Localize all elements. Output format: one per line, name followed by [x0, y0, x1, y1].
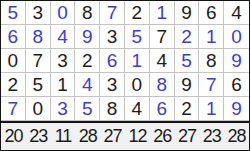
grid-cell-r5c9[interactable]: 1: [199, 97, 224, 121]
grid-cell-r5c1[interactable]: 7: [1, 97, 26, 121]
grid-cell-r4c2[interactable]: 5: [26, 73, 51, 97]
grid-cell-r4c6[interactable]: 0: [125, 73, 150, 97]
grid-cell-r3c9[interactable]: 8: [199, 49, 224, 73]
grid-cell-r2c7[interactable]: 7: [150, 25, 175, 49]
grid-cell-r2c3[interactable]: 4: [51, 25, 76, 49]
column-sums-row: 20231128271226272328: [1, 121, 249, 150]
grid-cell-r4c10[interactable]: 6: [224, 73, 249, 97]
grid-cell-r3c2[interactable]: 7: [26, 49, 51, 73]
grid-cell-r2c6[interactable]: 5: [125, 25, 150, 49]
grid-cell-r3c1[interactable]: 0: [1, 49, 26, 73]
column-sum-6: 12: [125, 123, 150, 150]
column-sum-9: 23: [199, 123, 224, 150]
grid-cell-r5c7[interactable]: 6: [150, 97, 175, 121]
grid-cell-r5c6[interactable]: 4: [125, 97, 150, 121]
grid-cell-r2c1[interactable]: 6: [1, 25, 26, 49]
grid-cell-r4c9[interactable]: 7: [199, 73, 224, 97]
grid-cell-r3c4[interactable]: 2: [75, 49, 100, 73]
grid-cell-r1c3[interactable]: 0: [51, 1, 76, 25]
grid-cell-r2c5[interactable]: 3: [100, 25, 125, 49]
column-sum-8: 27: [175, 123, 200, 150]
grid-cell-r2c2[interactable]: 8: [26, 25, 51, 49]
grid-cell-r5c4[interactable]: 5: [75, 97, 100, 121]
grid-cell-r1c2[interactable]: 3: [26, 1, 51, 25]
grid-cell-r4c8[interactable]: 9: [175, 73, 200, 97]
grid-cell-r1c10[interactable]: 4: [224, 1, 249, 25]
grid-cell-r4c5[interactable]: 3: [100, 73, 125, 97]
column-sum-10: 28: [224, 123, 249, 150]
column-sum-4: 28: [75, 123, 100, 150]
grid-cell-r1c6[interactable]: 2: [125, 1, 150, 25]
grid-cell-r2c8[interactable]: 2: [175, 25, 200, 49]
grid-cell-r5c2[interactable]: 0: [26, 97, 51, 121]
digit-grid: 5308721964684935721007326145892514308976…: [1, 1, 249, 121]
grid-cell-r3c6[interactable]: 1: [125, 49, 150, 73]
grid-cell-r3c3[interactable]: 3: [51, 49, 76, 73]
grid-cell-r3c5[interactable]: 6: [100, 49, 125, 73]
grid-cell-r1c9[interactable]: 6: [199, 1, 224, 25]
grid-cell-r1c4[interactable]: 8: [75, 1, 100, 25]
grid-cell-r5c10[interactable]: 9: [224, 97, 249, 121]
column-sum-3: 11: [51, 123, 76, 150]
grid-cell-r3c10[interactable]: 9: [224, 49, 249, 73]
column-sum-2: 23: [26, 123, 51, 150]
grid-cell-r4c7[interactable]: 8: [150, 73, 175, 97]
column-sum-1: 20: [1, 123, 26, 150]
grid-cell-r2c10[interactable]: 0: [224, 25, 249, 49]
grid-cell-r5c5[interactable]: 8: [100, 97, 125, 121]
grid-cell-r5c8[interactable]: 2: [175, 97, 200, 121]
grid-cell-r1c5[interactable]: 7: [100, 1, 125, 25]
column-sum-5: 27: [100, 123, 125, 150]
column-sum-7: 26: [150, 123, 175, 150]
grid-cell-r5c3[interactable]: 3: [51, 97, 76, 121]
grid-cell-r2c4[interactable]: 9: [75, 25, 100, 49]
puzzle-board: 5308721964684935721007326145892514308976…: [0, 0, 250, 151]
grid-cell-r1c8[interactable]: 9: [175, 1, 200, 25]
grid-cell-r3c7[interactable]: 4: [150, 49, 175, 73]
grid-cell-r1c1[interactable]: 5: [1, 1, 26, 25]
grid-cell-r2c9[interactable]: 1: [199, 25, 224, 49]
grid-cell-r1c7[interactable]: 1: [150, 1, 175, 25]
grid-cell-r4c1[interactable]: 2: [1, 73, 26, 97]
grid-cell-r3c8[interactable]: 5: [175, 49, 200, 73]
grid-cell-r4c3[interactable]: 1: [51, 73, 76, 97]
grid-cell-r4c4[interactable]: 4: [75, 73, 100, 97]
